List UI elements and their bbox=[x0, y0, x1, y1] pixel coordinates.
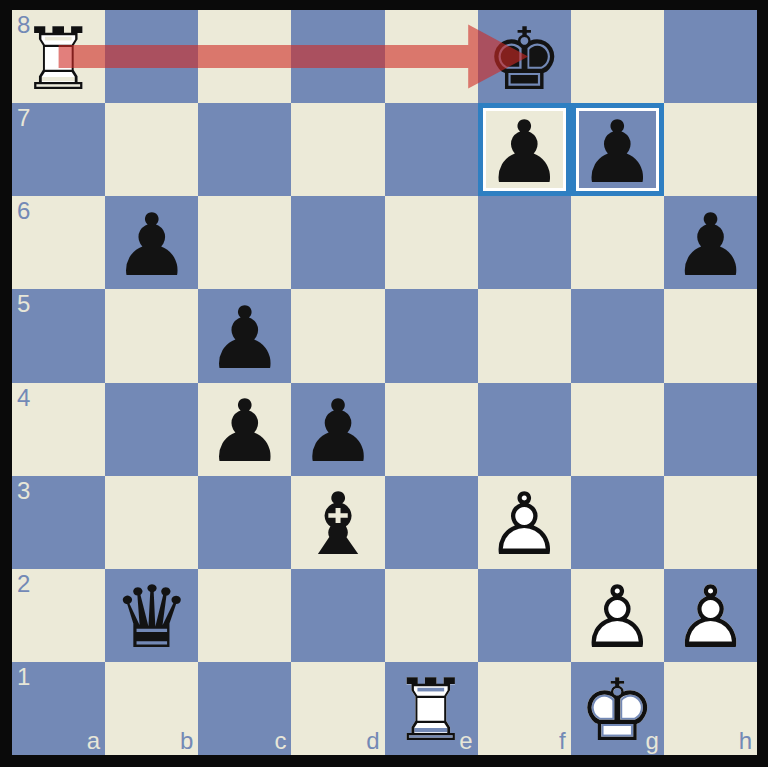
file-label-h: h bbox=[739, 729, 752, 753]
square-a8[interactable]: 8♜♖ bbox=[12, 10, 105, 103]
rank-label-7: 7 bbox=[17, 106, 30, 130]
square-a6[interactable]: 6 bbox=[12, 196, 105, 289]
piece-black-queen-b2[interactable]: ♛ bbox=[105, 569, 198, 662]
square-f2[interactable] bbox=[478, 569, 571, 662]
square-h5[interactable] bbox=[664, 289, 757, 382]
square-e1[interactable]: e♜♖ bbox=[385, 662, 478, 755]
piece-white-rook-a8[interactable]: ♜♖ bbox=[12, 10, 105, 103]
square-a3[interactable]: 3 bbox=[12, 476, 105, 569]
square-d2[interactable] bbox=[291, 569, 384, 662]
square-h1[interactable]: h bbox=[664, 662, 757, 755]
piece-black-pawn-b6[interactable]: ♟ bbox=[105, 196, 198, 289]
file-label-a: a bbox=[87, 729, 100, 753]
square-a5[interactable]: 5 bbox=[12, 289, 105, 382]
rank-label-4: 4 bbox=[17, 386, 30, 410]
piece-glyph-outline: ♙ bbox=[672, 574, 749, 660]
square-e3[interactable] bbox=[385, 476, 478, 569]
piece-glyph-fill: ♚ bbox=[579, 667, 656, 753]
square-f6[interactable] bbox=[478, 196, 571, 289]
square-d7[interactable] bbox=[291, 103, 384, 196]
piece-glyph-solid: ♟ bbox=[672, 202, 749, 288]
piece-black-bishop-d3[interactable]: ♝ bbox=[291, 476, 384, 569]
square-b2[interactable]: ♛ bbox=[105, 569, 198, 662]
piece-white-pawn-h2[interactable]: ♟♙ bbox=[664, 569, 757, 662]
square-d3[interactable]: ♝ bbox=[291, 476, 384, 569]
square-f7[interactable]: ♟ bbox=[478, 103, 571, 196]
square-c8[interactable] bbox=[198, 10, 291, 103]
square-d5[interactable] bbox=[291, 289, 384, 382]
piece-glyph-fill: ♟ bbox=[579, 574, 656, 660]
square-h8[interactable] bbox=[664, 10, 757, 103]
piece-glyph-solid: ♟ bbox=[113, 202, 190, 288]
piece-glyph-outline: ♔ bbox=[579, 667, 656, 753]
piece-glyph-solid: ♟ bbox=[206, 388, 283, 474]
rank-label-6: 6 bbox=[17, 199, 30, 223]
square-e2[interactable] bbox=[385, 569, 478, 662]
square-h6[interactable]: ♟ bbox=[664, 196, 757, 289]
square-e6[interactable] bbox=[385, 196, 478, 289]
file-label-b: b bbox=[180, 729, 193, 753]
square-b7[interactable] bbox=[105, 103, 198, 196]
piece-white-pawn-f3[interactable]: ♟♙ bbox=[478, 476, 571, 569]
file-label-d: d bbox=[366, 729, 379, 753]
square-e7[interactable] bbox=[385, 103, 478, 196]
piece-glyph-fill: ♜ bbox=[20, 16, 97, 102]
square-f4[interactable] bbox=[478, 383, 571, 476]
rank-label-2: 2 bbox=[17, 572, 30, 596]
square-g3[interactable] bbox=[571, 476, 664, 569]
square-d6[interactable] bbox=[291, 196, 384, 289]
chess-app: { "game": "chess", "board_orientation": … bbox=[0, 0, 768, 767]
rank-label-5: 5 bbox=[17, 292, 30, 316]
square-f8[interactable]: ♚ bbox=[478, 10, 571, 103]
square-c3[interactable] bbox=[198, 476, 291, 569]
square-b6[interactable]: ♟ bbox=[105, 196, 198, 289]
piece-glyph-solid: ♟ bbox=[486, 109, 563, 195]
square-a1[interactable]: 1a bbox=[12, 662, 105, 755]
piece-glyph-fill: ♟ bbox=[486, 481, 563, 567]
square-c2[interactable] bbox=[198, 569, 291, 662]
square-d1[interactable]: d bbox=[291, 662, 384, 755]
piece-glyph-outline: ♖ bbox=[20, 16, 97, 102]
square-a2[interactable]: 2 bbox=[12, 569, 105, 662]
piece-white-pawn-g2[interactable]: ♟♙ bbox=[571, 569, 664, 662]
square-c5[interactable]: ♟ bbox=[198, 289, 291, 382]
square-c1[interactable]: c bbox=[198, 662, 291, 755]
piece-white-rook-e1[interactable]: ♜♖ bbox=[385, 662, 478, 755]
square-b8[interactable] bbox=[105, 10, 198, 103]
piece-glyph-solid: ♚ bbox=[486, 16, 563, 102]
square-g4[interactable] bbox=[571, 383, 664, 476]
square-g7[interactable]: ♟ bbox=[571, 103, 664, 196]
piece-glyph-solid: ♟ bbox=[579, 109, 656, 195]
file-label-c: c bbox=[274, 729, 286, 753]
square-a7[interactable]: 7 bbox=[12, 103, 105, 196]
square-c7[interactable] bbox=[198, 103, 291, 196]
piece-glyph-outline: ♙ bbox=[486, 481, 563, 567]
square-e5[interactable] bbox=[385, 289, 478, 382]
piece-black-king-f8[interactable]: ♚ bbox=[478, 10, 571, 103]
square-b1[interactable]: b bbox=[105, 662, 198, 755]
piece-black-pawn-d4[interactable]: ♟ bbox=[291, 383, 384, 476]
square-a4[interactable]: 4 bbox=[12, 383, 105, 476]
piece-glyph-fill: ♜ bbox=[393, 667, 470, 753]
square-c4[interactable]: ♟ bbox=[198, 383, 291, 476]
square-e8[interactable] bbox=[385, 10, 478, 103]
square-g1[interactable]: g♚♔ bbox=[571, 662, 664, 755]
square-b3[interactable] bbox=[105, 476, 198, 569]
square-g6[interactable] bbox=[571, 196, 664, 289]
piece-glyph-outline: ♖ bbox=[393, 667, 470, 753]
square-h4[interactable] bbox=[664, 383, 757, 476]
square-f3[interactable]: ♟♙ bbox=[478, 476, 571, 569]
piece-black-pawn-h6[interactable]: ♟ bbox=[664, 196, 757, 289]
square-e4[interactable] bbox=[385, 383, 478, 476]
piece-glyph-solid: ♝ bbox=[299, 481, 376, 567]
rank-label-3: 3 bbox=[17, 479, 30, 503]
square-d8[interactable] bbox=[291, 10, 384, 103]
square-f5[interactable] bbox=[478, 289, 571, 382]
square-g8[interactable] bbox=[571, 10, 664, 103]
chess-board: 8♜♖♚7♟♟6♟♟5♟4♟♟3♝♟♙2♛♟♙♟♙1abcde♜♖fg♚♔h bbox=[12, 10, 757, 755]
square-b5[interactable] bbox=[105, 289, 198, 382]
piece-glyph-solid: ♛ bbox=[113, 574, 190, 660]
square-c6[interactable] bbox=[198, 196, 291, 289]
square-h2[interactable]: ♟♙ bbox=[664, 569, 757, 662]
piece-glyph-solid: ♟ bbox=[299, 388, 376, 474]
piece-black-pawn-c5[interactable]: ♟ bbox=[198, 289, 291, 382]
square-b4[interactable] bbox=[105, 383, 198, 476]
piece-black-pawn-f7[interactable]: ♟ bbox=[478, 103, 571, 196]
square-d4[interactable]: ♟ bbox=[291, 383, 384, 476]
square-g5[interactable] bbox=[571, 289, 664, 382]
square-h7[interactable] bbox=[664, 103, 757, 196]
file-label-f: f bbox=[559, 729, 566, 753]
piece-glyph-fill: ♟ bbox=[672, 574, 749, 660]
rank-label-1: 1 bbox=[17, 665, 30, 689]
piece-black-pawn-c4[interactable]: ♟ bbox=[198, 383, 291, 476]
square-f1[interactable]: f bbox=[478, 662, 571, 755]
piece-glyph-outline: ♙ bbox=[579, 574, 656, 660]
piece-black-pawn-g7[interactable]: ♟ bbox=[571, 103, 664, 196]
piece-glyph-solid: ♟ bbox=[206, 295, 283, 381]
piece-white-king-g1[interactable]: ♚♔ bbox=[571, 662, 664, 755]
square-h3[interactable] bbox=[664, 476, 757, 569]
square-g2[interactable]: ♟♙ bbox=[571, 569, 664, 662]
